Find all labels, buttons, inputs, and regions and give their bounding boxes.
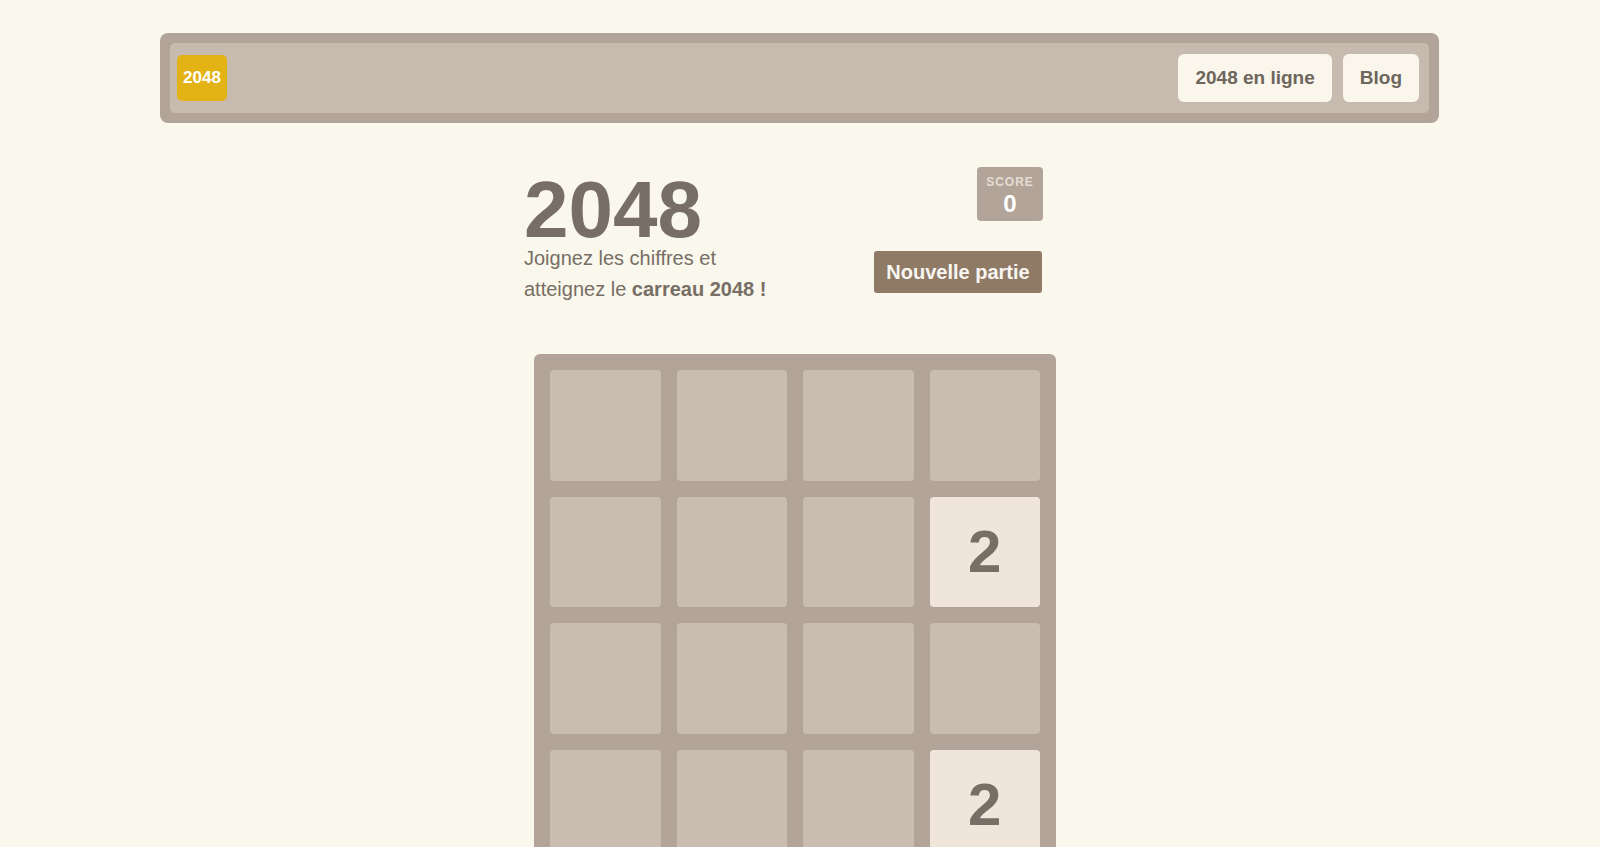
board-cell bbox=[803, 497, 914, 608]
board-cell bbox=[803, 370, 914, 481]
page-title: 2048 bbox=[524, 170, 702, 250]
nav-link-blog[interactable]: Blog bbox=[1343, 54, 1419, 102]
board-cell bbox=[677, 497, 788, 608]
board-cell bbox=[550, 497, 661, 608]
header-nav: 2048 en ligne Blog bbox=[1178, 54, 1419, 102]
board-cell bbox=[930, 370, 1041, 481]
score-label: SCORE bbox=[977, 175, 1043, 189]
score-value: 0 bbox=[977, 190, 1043, 218]
board-cell bbox=[803, 750, 914, 847]
intro-line-1: Joignez les chiffres et bbox=[524, 247, 716, 269]
intro-goal-bold: carreau 2048 ! bbox=[632, 278, 767, 300]
top-navigation-inner: 2048 2048 en ligne Blog bbox=[170, 43, 1429, 113]
game-board[interactable]: 22 bbox=[534, 354, 1056, 847]
game-intro-text: Joignez les chiffres etatteignez le carr… bbox=[524, 243, 804, 305]
intro-line-2: atteignez le bbox=[524, 278, 632, 300]
tile-2: 2 bbox=[930, 497, 1041, 608]
board-cell bbox=[930, 623, 1041, 734]
board-cell bbox=[550, 370, 661, 481]
board-cell bbox=[803, 623, 914, 734]
logo-2048[interactable]: 2048 bbox=[177, 55, 227, 101]
top-navigation-bar: 2048 2048 en ligne Blog bbox=[160, 33, 1439, 123]
new-game-button[interactable]: Nouvelle partie bbox=[874, 251, 1042, 293]
nav-link-2048-en-ligne[interactable]: 2048 en ligne bbox=[1178, 54, 1331, 102]
board-cell bbox=[677, 370, 788, 481]
score-box: SCORE 0 bbox=[977, 167, 1043, 221]
board-cell bbox=[550, 623, 661, 734]
board-cell bbox=[677, 623, 788, 734]
board-cell bbox=[550, 750, 661, 847]
tile-2: 2 bbox=[930, 750, 1041, 847]
board-cell bbox=[677, 750, 788, 847]
